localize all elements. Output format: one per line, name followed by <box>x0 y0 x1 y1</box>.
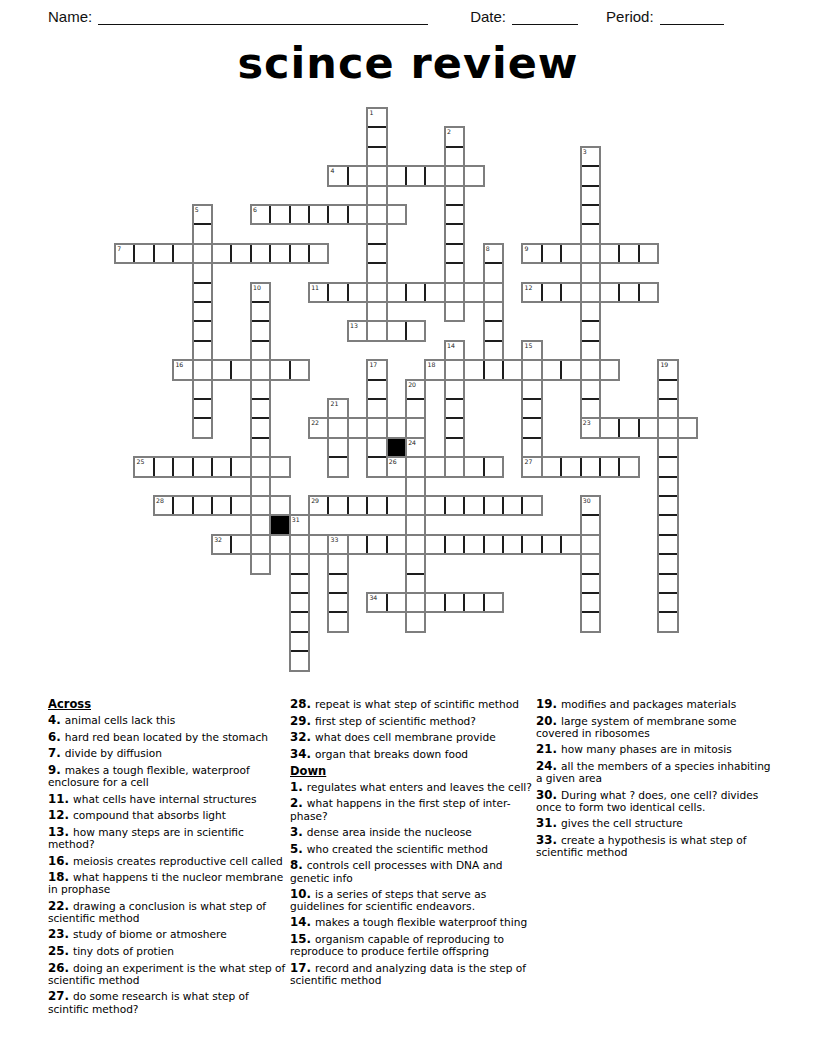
grid-cell[interactable] <box>581 283 600 302</box>
grid-cell[interactable] <box>367 399 386 418</box>
grid-cell[interactable] <box>348 418 367 437</box>
grid-cell[interactable] <box>367 380 386 399</box>
grid-cell[interactable] <box>484 496 503 515</box>
grid-cell[interactable] <box>445 399 464 418</box>
grid-cell[interactable] <box>406 418 425 437</box>
grid-cell[interactable] <box>464 360 483 379</box>
grid-cell[interactable] <box>251 535 270 554</box>
grid-cell[interactable] <box>581 399 600 418</box>
grid-cell[interactable] <box>193 418 212 437</box>
grid-cell[interactable] <box>445 360 464 379</box>
grid-cell[interactable] <box>464 496 483 515</box>
grid-cell[interactable] <box>425 283 444 302</box>
grid-cell[interactable] <box>193 224 212 243</box>
clue-column-3: 19. modifies and packages materials20. l… <box>536 698 774 862</box>
date-field[interactable] <box>512 8 578 25</box>
grid-cell[interactable] <box>154 244 173 263</box>
grid-cell[interactable] <box>367 321 386 340</box>
grid-cell[interactable] <box>193 283 212 302</box>
grid-cell[interactable] <box>193 321 212 340</box>
grid-cell[interactable] <box>251 554 270 573</box>
grid-cell[interactable] <box>658 438 677 457</box>
grid-cell[interactable]: 31 <box>290 515 309 534</box>
clue-7: 7. divide by diffusion <box>48 747 288 760</box>
grid-cell[interactable] <box>231 457 250 476</box>
grid-cell[interactable] <box>522 380 541 399</box>
grid-cell[interactable] <box>406 593 425 612</box>
clue-10: 10. is a series of steps that serve as g… <box>290 888 536 913</box>
grid-cell[interactable] <box>251 399 270 418</box>
grid-cell[interactable] <box>406 477 425 496</box>
grid-cell[interactable] <box>290 554 309 573</box>
grid-cell[interactable] <box>619 457 638 476</box>
grid-cell[interactable] <box>581 186 600 205</box>
grid-cell[interactable] <box>212 457 231 476</box>
grid-cell[interactable] <box>581 321 600 340</box>
grid-cell[interactable] <box>445 418 464 437</box>
grid-cell[interactable] <box>484 457 503 476</box>
period-field[interactable] <box>660 8 724 25</box>
grid-cell[interactable] <box>251 438 270 457</box>
grid-cell[interactable]: 34 <box>367 593 386 612</box>
cell-number: 1 <box>369 109 373 116</box>
cell-number: 20 <box>408 381 416 388</box>
across-heading: Across <box>48 698 288 711</box>
grid-cell[interactable] <box>193 341 212 360</box>
grid-cell[interactable] <box>542 283 561 302</box>
grid-cell[interactable] <box>173 496 192 515</box>
cell-number: 30 <box>583 497 591 504</box>
clue-12: 12. compound that absorbs light <box>48 809 288 822</box>
grid-cell[interactable] <box>387 166 406 185</box>
grid-cell[interactable] <box>445 205 464 224</box>
grid-cell[interactable] <box>639 418 658 437</box>
grid-cell[interactable] <box>406 399 425 418</box>
grid-cell[interactable] <box>251 244 270 263</box>
grid-cell[interactable] <box>367 302 386 321</box>
grid-cell[interactable]: 21 <box>328 399 347 418</box>
grid-cell[interactable] <box>367 224 386 243</box>
grid-cell[interactable] <box>581 593 600 612</box>
grid-cell[interactable] <box>445 457 464 476</box>
grid-cell[interactable] <box>639 283 658 302</box>
grid-cell[interactable] <box>367 186 386 205</box>
grid-cell[interactable] <box>658 477 677 496</box>
grid-cell[interactable] <box>290 535 309 554</box>
grid-cell[interactable] <box>619 418 638 437</box>
clue-27: 27. do some research is what step of sci… <box>48 990 288 1015</box>
grid-cell[interactable] <box>270 360 289 379</box>
grid-cell[interactable] <box>231 360 250 379</box>
grid-cell[interactable] <box>406 166 425 185</box>
cell-number: 5 <box>195 206 199 213</box>
grid-cell[interactable] <box>445 438 464 457</box>
grid-cell[interactable] <box>600 283 619 302</box>
grid-cell[interactable] <box>251 477 270 496</box>
grid-cell[interactable]: 29 <box>309 496 328 515</box>
grid-cell[interactable]: 11 <box>309 283 328 302</box>
grid-cell[interactable]: 22 <box>309 418 328 437</box>
grid-cell[interactable] <box>406 535 425 554</box>
grid-cell[interactable] <box>348 166 367 185</box>
grid-cell[interactable]: 23 <box>581 418 600 437</box>
cell-number: 29 <box>311 497 319 504</box>
grid-cell[interactable] <box>445 380 464 399</box>
clue-16: 16. meiosis creates reproductive cell ca… <box>48 855 288 868</box>
grid-cell[interactable] <box>270 244 289 263</box>
grid-cell[interactable] <box>328 457 347 476</box>
grid-cell[interactable] <box>328 496 347 515</box>
grid-cell[interactable] <box>251 380 270 399</box>
grid-cell[interactable] <box>367 438 386 457</box>
grid-cell[interactable] <box>212 244 231 263</box>
grid-cell[interactable] <box>387 593 406 612</box>
grid-cell[interactable] <box>193 244 212 263</box>
clue-29: 29. first step of scientific method? <box>290 715 536 728</box>
grid-cell[interactable]: 1 <box>367 108 386 127</box>
grid-cell[interactable] <box>581 263 600 282</box>
grid-cell[interactable] <box>503 360 522 379</box>
grid-cell[interactable] <box>251 321 270 340</box>
grid-cell[interactable] <box>522 418 541 437</box>
grid-cell[interactable] <box>425 166 444 185</box>
grid-cell[interactable] <box>309 244 328 263</box>
grid-cell[interactable]: 17 <box>367 360 386 379</box>
cell-number: 21 <box>331 400 339 407</box>
grid-cell[interactable] <box>425 535 444 554</box>
grid-cell[interactable] <box>658 496 677 515</box>
grid-cell[interactable]: 10 <box>251 283 270 302</box>
grid-cell[interactable] <box>367 244 386 263</box>
grid-cell[interactable] <box>658 612 677 631</box>
grid-cell[interactable] <box>309 205 328 224</box>
grid-cell[interactable] <box>658 457 677 476</box>
grid-cell[interactable] <box>581 166 600 185</box>
grid-cell[interactable] <box>581 302 600 321</box>
grid-cell[interactable] <box>231 535 250 554</box>
grid-cell[interactable] <box>581 380 600 399</box>
grid-cell[interactable] <box>503 535 522 554</box>
grid-cell[interactable] <box>406 321 425 340</box>
grid-cell[interactable]: 7 <box>115 244 134 263</box>
clue-15: 15. organism capable of reproducing to r… <box>290 933 536 958</box>
grid-cell[interactable] <box>212 496 231 515</box>
clue-1: 1. regulates what enters and leaves the … <box>290 781 536 794</box>
grid-cell[interactable] <box>328 554 347 573</box>
grid-cell[interactable] <box>348 496 367 515</box>
grid-cell[interactable] <box>290 205 309 224</box>
period-label: Period: <box>606 8 660 25</box>
grid-cell[interactable] <box>406 283 425 302</box>
grid-cell[interactable] <box>270 457 289 476</box>
grid-cell[interactable] <box>367 147 386 166</box>
grid-cell[interactable] <box>290 612 309 631</box>
grid-cell[interactable] <box>367 418 386 437</box>
grid-cell[interactable] <box>425 457 444 476</box>
grid-cell[interactable] <box>406 574 425 593</box>
grid-cell[interactable] <box>367 496 386 515</box>
grid-cell[interactable]: 13 <box>348 321 367 340</box>
grid-cell[interactable] <box>367 457 386 476</box>
grid-cell[interactable] <box>445 496 464 515</box>
clue-33: 33. create a hypothesis is what step of … <box>536 834 774 859</box>
grid-cell[interactable]: 16 <box>173 360 192 379</box>
grid-cell[interactable] <box>270 205 289 224</box>
grid-cell[interactable] <box>484 321 503 340</box>
grid-cell[interactable]: 9 <box>522 244 541 263</box>
grid-cell[interactable] <box>445 535 464 554</box>
grid-cell[interactable] <box>290 593 309 612</box>
grid-cell[interactable]: 18 <box>425 360 444 379</box>
name-field[interactable] <box>98 8 428 25</box>
grid-cell[interactable] <box>387 283 406 302</box>
grid-cell[interactable] <box>600 418 619 437</box>
grid-cell[interactable] <box>445 593 464 612</box>
grid-cell[interactable] <box>328 205 347 224</box>
grid-cell[interactable]: 5 <box>193 205 212 224</box>
grid-cell[interactable] <box>425 496 444 515</box>
grid-cell[interactable] <box>619 283 638 302</box>
cell-number: 32 <box>214 536 222 543</box>
cell-number: 22 <box>311 419 319 426</box>
grid-cell[interactable] <box>464 593 483 612</box>
grid-cell[interactable] <box>251 515 270 534</box>
clue-31: 31. gives the cell structure <box>536 817 774 830</box>
cell-number: 12 <box>525 284 533 291</box>
grid-cell[interactable] <box>270 535 289 554</box>
clue-8: 8. controls cell processes with DNA and … <box>290 859 536 884</box>
clue-3: 3. dense area inside the nucleose <box>290 826 536 839</box>
grid-cell[interactable] <box>600 244 619 263</box>
grid-cell[interactable] <box>445 263 464 282</box>
grid-cell[interactable] <box>484 283 503 302</box>
grid-cell[interactable] <box>251 418 270 437</box>
grid-cell[interactable]: 27 <box>522 457 541 476</box>
grid-cell[interactable] <box>445 166 464 185</box>
blocked-cell <box>270 515 289 534</box>
grid-cell[interactable]: 25 <box>134 457 153 476</box>
clue-4: 4. animal cells lack this <box>48 714 288 727</box>
grid-cell[interactable] <box>328 593 347 612</box>
grid-cell[interactable] <box>367 263 386 282</box>
grid-cell[interactable] <box>406 612 425 631</box>
cell-number: 31 <box>292 516 300 523</box>
grid-cell[interactable]: 3 <box>581 147 600 166</box>
grid-cell[interactable] <box>581 224 600 243</box>
grid-cell[interactable] <box>484 593 503 612</box>
grid-cell[interactable] <box>542 457 561 476</box>
grid-cell[interactable]: 26 <box>387 457 406 476</box>
grid-cell[interactable] <box>503 496 522 515</box>
grid-cell[interactable] <box>658 399 677 418</box>
grid-cell[interactable] <box>522 535 541 554</box>
grid-cell[interactable] <box>328 438 347 457</box>
grid-cell[interactable] <box>251 360 270 379</box>
grid-cell[interactable] <box>367 166 386 185</box>
grid-cell[interactable] <box>464 457 483 476</box>
grid-cell[interactable] <box>484 535 503 554</box>
grid-cell[interactable]: 30 <box>581 496 600 515</box>
grid-cell[interactable] <box>328 283 347 302</box>
grid-cell[interactable] <box>173 244 192 263</box>
grid-cell[interactable] <box>619 244 638 263</box>
cell-number: 14 <box>447 342 455 349</box>
grid-cell[interactable] <box>290 574 309 593</box>
grid-cell[interactable]: 28 <box>154 496 173 515</box>
grid-cell[interactable] <box>600 360 619 379</box>
grid-cell[interactable] <box>445 186 464 205</box>
grid-cell[interactable] <box>387 205 406 224</box>
grid-cell[interactable] <box>367 127 386 146</box>
grid-cell[interactable] <box>484 263 503 282</box>
grid-cell[interactable] <box>290 360 309 379</box>
grid-cell[interactable] <box>522 438 541 457</box>
grid-cell[interactable]: 19 <box>658 360 677 379</box>
worksheet-header: Name: Date: Period: <box>48 8 770 25</box>
grid-cell[interactable] <box>134 244 153 263</box>
grid-cell[interactable] <box>678 418 697 437</box>
grid-cell[interactable] <box>658 554 677 573</box>
grid-cell[interactable] <box>445 147 464 166</box>
grid-cell[interactable]: 20 <box>406 380 425 399</box>
grid-cell[interactable] <box>251 457 270 476</box>
grid-cell[interactable] <box>600 457 619 476</box>
grid-cell[interactable] <box>387 535 406 554</box>
grid-cell[interactable] <box>658 418 677 437</box>
grid-cell[interactable] <box>464 535 483 554</box>
grid-cell[interactable] <box>561 283 580 302</box>
grid-cell[interactable] <box>581 574 600 593</box>
grid-cell[interactable]: 14 <box>445 341 464 360</box>
grid-cell[interactable] <box>173 457 192 476</box>
grid-cell[interactable]: 2 <box>445 127 464 146</box>
grid-cell[interactable] <box>406 554 425 573</box>
clue-2: 2. what happens in the first step of int… <box>290 797 536 822</box>
grid-cell[interactable]: 33 <box>328 535 347 554</box>
clue-column-1: Across4. animal cells lack this6. hard r… <box>48 698 288 1019</box>
grid-cell[interactable] <box>561 244 580 263</box>
grid-cell[interactable] <box>658 535 677 554</box>
grid-cell[interactable] <box>581 360 600 379</box>
grid-cell[interactable] <box>212 360 231 379</box>
grid-cell[interactable] <box>581 341 600 360</box>
grid-cell[interactable] <box>542 360 561 379</box>
grid-cell[interactable] <box>193 263 212 282</box>
grid-cell[interactable]: 6 <box>251 205 270 224</box>
grid-cell[interactable] <box>484 360 503 379</box>
grid-cell[interactable] <box>367 535 386 554</box>
grid-cell[interactable] <box>581 612 600 631</box>
grid-cell[interactable] <box>484 302 503 321</box>
grid-cell[interactable] <box>348 283 367 302</box>
cell-number: 28 <box>156 497 164 504</box>
grid-cell[interactable]: 15 <box>522 341 541 360</box>
grid-cell[interactable] <box>581 244 600 263</box>
grid-cell[interactable] <box>387 321 406 340</box>
grid-cell[interactable] <box>290 651 309 670</box>
grid-cell[interactable] <box>522 360 541 379</box>
cell-number: 26 <box>389 458 397 465</box>
grid-cell[interactable] <box>193 457 212 476</box>
grid-cell[interactable] <box>406 515 425 534</box>
grid-cell[interactable] <box>367 283 386 302</box>
grid-cell[interactable] <box>581 554 600 573</box>
grid-cell[interactable] <box>581 535 600 554</box>
cell-number: 9 <box>525 245 529 252</box>
grid-cell[interactable] <box>658 574 677 593</box>
grid-cell[interactable] <box>561 535 580 554</box>
grid-cell[interactable] <box>522 399 541 418</box>
grid-cell[interactable] <box>367 205 386 224</box>
cell-number: 18 <box>428 361 436 368</box>
grid-cell[interactable] <box>251 496 270 515</box>
grid-cell[interactable]: 8 <box>484 244 503 263</box>
grid-cell[interactable] <box>193 399 212 418</box>
grid-cell[interactable] <box>522 496 541 515</box>
grid-cell[interactable] <box>581 205 600 224</box>
grid-cell[interactable] <box>445 302 464 321</box>
grid-cell[interactable] <box>231 244 250 263</box>
grid-cell[interactable]: 12 <box>522 283 541 302</box>
cell-number: 3 <box>583 148 587 155</box>
grid-cell[interactable] <box>251 341 270 360</box>
grid-cell[interactable] <box>464 283 483 302</box>
grid-cell[interactable]: 24 <box>406 438 425 457</box>
grid-cell[interactable] <box>290 632 309 651</box>
grid-cell[interactable] <box>154 457 173 476</box>
grid-cell[interactable] <box>658 593 677 612</box>
grid-cell[interactable] <box>639 244 658 263</box>
grid-cell[interactable] <box>406 496 425 515</box>
grid-cell[interactable] <box>328 612 347 631</box>
grid-cell[interactable] <box>581 515 600 534</box>
grid-cell[interactable] <box>251 302 270 321</box>
grid-cell[interactable] <box>270 496 289 515</box>
grid-cell[interactable] <box>561 360 580 379</box>
grid-cell[interactable] <box>290 244 309 263</box>
grid-cell[interactable] <box>387 496 406 515</box>
clue-6: 6. hard red bean located by the stomach <box>48 731 288 744</box>
grid-cell[interactable] <box>193 360 212 379</box>
grid-cell[interactable] <box>445 283 464 302</box>
grid-cell[interactable] <box>425 593 444 612</box>
grid-cell[interactable] <box>658 515 677 534</box>
grid-cell[interactable] <box>328 574 347 593</box>
grid-cell[interactable] <box>348 205 367 224</box>
grid-cell[interactable]: 4 <box>328 166 347 185</box>
grid-cell[interactable] <box>581 457 600 476</box>
grid-cell[interactable] <box>658 380 677 399</box>
grid-cell[interactable] <box>387 418 406 437</box>
clue-19: 19. modifies and packages materials <box>536 698 774 711</box>
grid-cell[interactable] <box>406 457 425 476</box>
grid-cell[interactable] <box>328 418 347 437</box>
grid-cell[interactable] <box>193 496 212 515</box>
grid-cell[interactable] <box>231 496 250 515</box>
grid-cell[interactable] <box>445 224 464 243</box>
grid-cell[interactable] <box>348 535 367 554</box>
grid-cell[interactable] <box>193 380 212 399</box>
grid-cell[interactable] <box>464 166 483 185</box>
grid-cell[interactable] <box>561 457 580 476</box>
grid-cell[interactable] <box>445 244 464 263</box>
grid-cell[interactable] <box>193 302 212 321</box>
grid-cell[interactable] <box>542 535 561 554</box>
grid-cell[interactable] <box>542 244 561 263</box>
grid-cell[interactable] <box>484 341 503 360</box>
grid-cell[interactable]: 32 <box>212 535 231 554</box>
grid-cell[interactable] <box>309 535 328 554</box>
